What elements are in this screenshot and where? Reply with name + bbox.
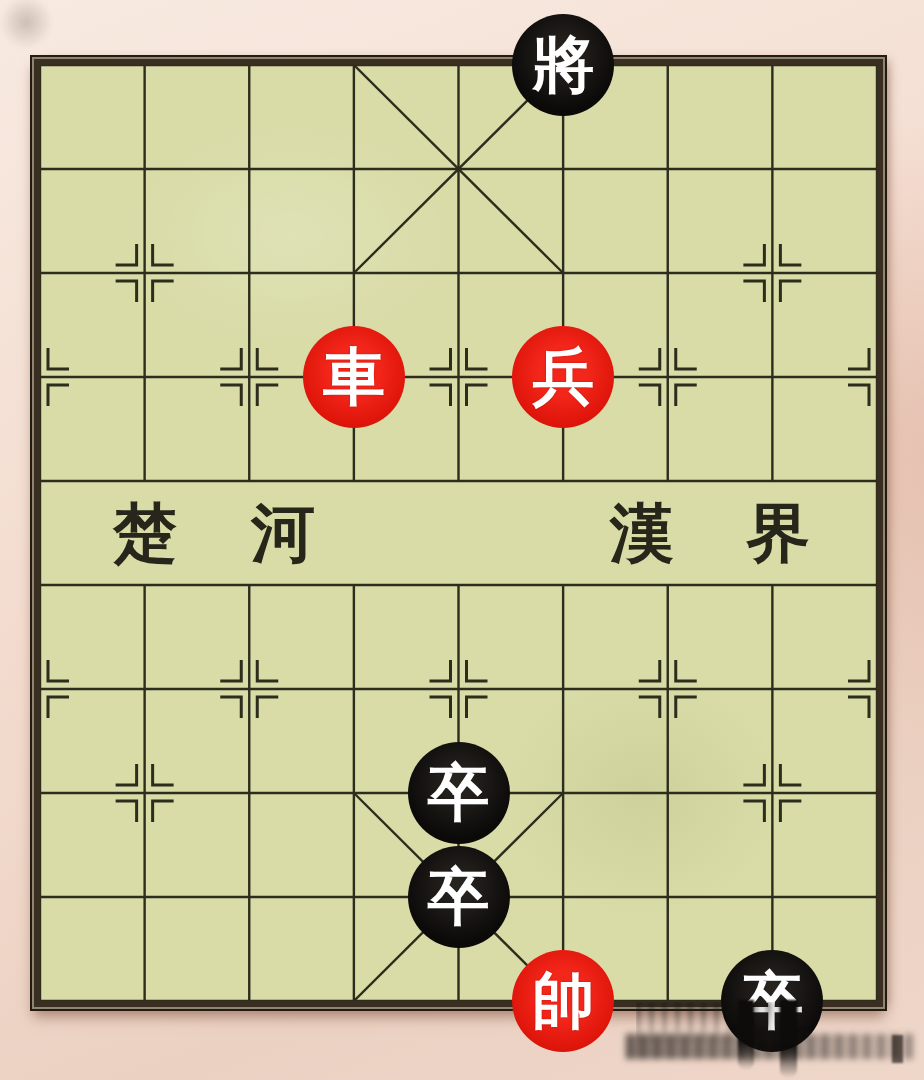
river-label-han: 漢 — [602, 493, 682, 573]
piece-red-chariot[interactable]: 車 — [303, 326, 405, 428]
piece-red-soldier[interactable]: 兵 — [512, 326, 614, 428]
piece-red-general[interactable]: 帥 — [512, 950, 614, 1052]
piece-black-soldier-b[interactable]: 卒 — [408, 846, 510, 948]
scene: 楚 河 漢 界 將車兵卒卒帥卒 — [0, 0, 924, 1080]
piece-black-general[interactable]: 將 — [512, 14, 614, 116]
ink-drip — [780, 1000, 797, 1078]
river-label-he: 河 — [243, 493, 323, 573]
river-label-chu: 楚 — [105, 493, 185, 573]
ink-smear-tick — [892, 1035, 903, 1063]
piece-black-soldier-a[interactable]: 卒 — [408, 742, 510, 844]
ink-drip — [738, 1000, 754, 1070]
ink-smear-band — [626, 1034, 914, 1059]
river-label-jie: 界 — [738, 493, 818, 573]
